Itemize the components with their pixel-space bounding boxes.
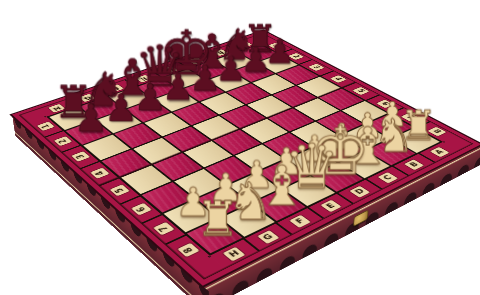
file-label-near-label: B xyxy=(404,159,424,170)
rank-label-left-label: 3 xyxy=(71,152,90,162)
rank-label-left-label: 2 xyxy=(53,136,71,146)
file-label-near-label: H xyxy=(223,246,246,260)
file-label-near-label: G xyxy=(257,230,279,244)
file-label-near-label: C xyxy=(377,172,397,183)
rank-label-left-label: 7 xyxy=(153,222,174,235)
brass-clasp-icon xyxy=(353,209,368,227)
chess-board: HGFEDCBA 12345678 12345678 HGFEDCBA ♜♞♝♛… xyxy=(12,31,480,286)
red-pawn[interactable]: ♟ xyxy=(104,91,138,126)
chess-set-photo: HGFEDCBA 12345678 12345678 HGFEDCBA ♜♞♝♛… xyxy=(0,0,480,295)
rank-label-left-label: 5 xyxy=(109,185,129,197)
rank-label-left-label: 8 xyxy=(177,243,199,257)
rank-label-left-label: 4 xyxy=(90,168,109,179)
file-label-near-label: A xyxy=(429,147,448,157)
rank-label-left-label: 6 xyxy=(130,203,151,215)
file-label-near-label: D xyxy=(349,185,370,197)
board-squares: ♜♞♝♛♚♝♞♜♟♟♟♟♟♟♟♟♟♟♟♟♟♟♟♟♜♞♝♛♚♝♞♜ xyxy=(47,43,443,255)
red-pawn[interactable]: ♟ xyxy=(73,102,107,137)
file-label-near-label: F xyxy=(289,214,311,227)
natural-rook[interactable]: ♜ xyxy=(196,197,239,241)
rank-label-right-label: 4 xyxy=(330,75,347,83)
file-label-near-label: E xyxy=(320,200,341,212)
rank-label-left-label: 1 xyxy=(37,122,55,131)
red-pawn[interactable]: ♟ xyxy=(134,81,167,115)
